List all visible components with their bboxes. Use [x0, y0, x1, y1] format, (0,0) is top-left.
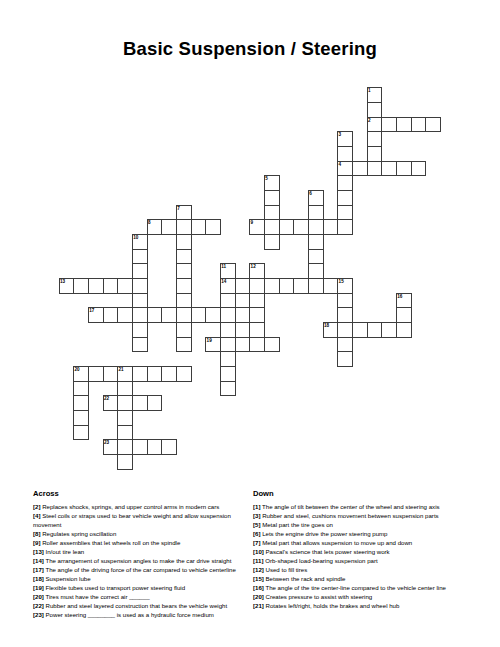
- grid-cell[interactable]: [411, 117, 427, 133]
- grid-cell[interactable]: [264, 219, 280, 235]
- clue-number: 20: [75, 367, 80, 372]
- down-clue-list: [1] The angle of tilt between the center…: [253, 502, 481, 610]
- grid-cell[interactable]: [367, 146, 383, 162]
- grid-cell[interactable]: [293, 278, 309, 294]
- grid-cell[interactable]: [132, 439, 148, 455]
- grid-cell[interactable]: [161, 307, 177, 323]
- clue-17: [17] The angle of the driving force of t…: [33, 565, 253, 574]
- clue-6: [6] Lets the engine drive the power stee…: [253, 529, 481, 538]
- clue-16: [16] The angle of the tire center-line c…: [253, 583, 481, 592]
- clue-number: 19: [207, 338, 212, 343]
- across-header: Across: [33, 489, 59, 498]
- grid-cell[interactable]: [308, 278, 324, 294]
- clue-number: 7: [177, 206, 180, 211]
- clue-number-label: [23]: [33, 611, 44, 618]
- grid-cell[interactable]: [103, 278, 119, 294]
- grid-cell[interactable]: [220, 293, 236, 309]
- grid-cell[interactable]: [103, 366, 119, 382]
- grid-cell[interactable]: [337, 146, 353, 162]
- grid-cell[interactable]: [308, 234, 324, 250]
- clue-4: [4] Steel coils or straps used to bear v…: [33, 511, 253, 529]
- grid-cell[interactable]: [367, 102, 383, 118]
- grid-cell[interactable]: [249, 293, 265, 309]
- grid-cell[interactable]: [235, 278, 251, 294]
- grid-cell[interactable]: [337, 175, 353, 191]
- clue-22: [22] Rubber and steel layered constructi…: [33, 601, 253, 610]
- grid-cell[interactable]: [132, 322, 148, 338]
- clue-number: 11: [221, 264, 226, 269]
- clue-number: 1: [368, 88, 371, 93]
- grid-cell[interactable]: [132, 307, 148, 323]
- grid-cell[interactable]: [205, 307, 221, 323]
- grid-cell[interactable]: [337, 337, 353, 353]
- grid-cell[interactable]: [337, 219, 353, 235]
- grid-cell[interactable]: [220, 322, 236, 338]
- grid-cell[interactable]: [220, 307, 236, 323]
- grid-cell[interactable]: [249, 337, 265, 353]
- grid-cell[interactable]: [220, 381, 236, 397]
- puzzle-title: Basic Suspension / Steering: [0, 38, 500, 60]
- grid-cell[interactable]: [73, 278, 89, 294]
- grid-cell[interactable]: [396, 307, 412, 323]
- grid-cell[interactable]: [161, 219, 177, 235]
- grid-cell[interactable]: [147, 307, 163, 323]
- clue-number-label: [12]: [253, 566, 264, 573]
- grid-cell[interactable]: [176, 366, 192, 382]
- clue-12: [12] Used to fill tires: [253, 565, 481, 574]
- grid-cell[interactable]: [176, 322, 192, 338]
- grid-cell[interactable]: [176, 307, 192, 323]
- grid-cell[interactable]: [235, 307, 251, 323]
- clue-number: 5: [265, 176, 268, 181]
- grid-cell[interactable]: [73, 410, 89, 426]
- grid-cell[interactable]: [220, 337, 236, 353]
- grid-cell[interactable]: [381, 161, 397, 177]
- grid-cell[interactable]: [220, 351, 236, 367]
- clue-1: [1] The angle of tilt between the center…: [253, 502, 481, 511]
- grid-cell[interactable]: [132, 366, 148, 382]
- grid-cell[interactable]: [117, 439, 133, 455]
- grid-cell[interactable]: [117, 454, 133, 470]
- grid-cell[interactable]: [176, 337, 192, 353]
- clue-18: [18] Suspension lube: [33, 574, 253, 583]
- clue-8: [8] Regulates spring oscillation: [33, 529, 253, 538]
- clue-number: 16: [397, 294, 402, 299]
- clue-number: 22: [104, 396, 109, 401]
- clue-9: [9] Roller assemblies that let wheels ro…: [33, 538, 253, 547]
- clue-number: 23: [104, 440, 109, 445]
- grid-cell[interactable]: [73, 381, 89, 397]
- grid-cell[interactable]: [117, 395, 133, 411]
- clue-2: [2] Replaces shocks, springs, and upper …: [33, 502, 253, 511]
- grid-cell[interactable]: [264, 190, 280, 206]
- clue-19: [19] Flexible tubes used to transport po…: [33, 583, 253, 592]
- clue-number-label: [13]: [33, 548, 44, 555]
- grid-cell[interactable]: [337, 293, 353, 309]
- page: Basic Suspension / Steering 123456789101…: [0, 0, 500, 647]
- grid-cell[interactable]: [205, 219, 221, 235]
- clue-20: [20] Creates pressure to assist with ste…: [253, 592, 481, 601]
- grid-cell[interactable]: [132, 337, 148, 353]
- clue-14: [14] The arrangement of suspension angle…: [33, 556, 253, 565]
- clue-13: [13] In/out tire lean: [33, 547, 253, 556]
- grid-cell[interactable]: [337, 307, 353, 323]
- grid-cell[interactable]: [147, 439, 163, 455]
- grid-cell[interactable]: [249, 278, 265, 294]
- clue-number-label: [5]: [253, 521, 260, 528]
- clue-3: [3] Rubber and steel, cushions movement …: [253, 511, 481, 520]
- grid-cell[interactable]: [249, 307, 265, 323]
- clue-number-label: [19]: [33, 584, 44, 591]
- grid-cell[interactable]: [381, 117, 397, 133]
- grid-cell[interactable]: [161, 439, 177, 455]
- clue-number-label: [20]: [33, 593, 44, 600]
- grid-cell[interactable]: [191, 307, 207, 323]
- clue-number: 18: [324, 323, 329, 328]
- grid-cell[interactable]: [117, 425, 133, 441]
- grid-cell[interactable]: [176, 263, 192, 279]
- clue-11: [11] Orb-shaped load-bearing suspension …: [253, 556, 481, 565]
- grid-cell[interactable]: [308, 219, 324, 235]
- clue-5: [5] Metal part the tire goes on: [253, 520, 481, 529]
- grid-cell[interactable]: [73, 395, 89, 411]
- grid-cell[interactable]: [88, 366, 104, 382]
- clue-number-label: [6]: [253, 530, 260, 537]
- clue-number-label: [15]: [253, 575, 264, 582]
- grid-cell[interactable]: [337, 205, 353, 221]
- grid-cell[interactable]: [117, 381, 133, 397]
- clue-number: 14: [221, 279, 226, 284]
- clue-7: [7] Metal part that allows suspension to…: [253, 538, 481, 547]
- clue-number: 9: [251, 220, 254, 225]
- clue-23: [23] Power steering ________ is used as …: [33, 610, 253, 619]
- grid-cell[interactable]: [396, 322, 412, 338]
- clue-number: 12: [251, 264, 256, 269]
- clue-number-label: [2]: [33, 503, 40, 510]
- grid-cell[interactable]: [337, 351, 353, 367]
- grid-cell[interactable]: [367, 161, 383, 177]
- grid-cell[interactable]: [147, 366, 163, 382]
- grid-cell[interactable]: [132, 395, 148, 411]
- clue-number: 21: [119, 367, 124, 372]
- grid-cell[interactable]: [323, 278, 339, 294]
- clue-number: 10: [133, 235, 138, 240]
- clue-number-label: [20]: [253, 593, 264, 600]
- grid-cell[interactable]: [176, 278, 192, 294]
- grid-cell[interactable]: [176, 249, 192, 265]
- down-header: Down: [253, 489, 274, 498]
- clue-number-label: [4]: [33, 512, 40, 519]
- grid-cell[interactable]: [147, 395, 163, 411]
- clue-number-label: [17]: [33, 566, 44, 573]
- grid-cell[interactable]: [337, 190, 353, 206]
- grid-cell[interactable]: [117, 307, 133, 323]
- grid-cell[interactable]: [337, 322, 353, 338]
- clue-number-label: [16]: [253, 584, 264, 591]
- grid-cell[interactable]: [88, 278, 104, 294]
- clue-number: 17: [89, 308, 94, 313]
- clue-number: 13: [60, 279, 65, 284]
- grid-cell[interactable]: [220, 366, 236, 382]
- clue-number-label: [7]: [253, 539, 260, 546]
- grid-cell[interactable]: [235, 337, 251, 353]
- clue-number: 2: [368, 118, 371, 123]
- clue-21: [21] Rotates left/right, holds the brake…: [253, 601, 481, 610]
- grid-cell[interactable]: [352, 322, 368, 338]
- grid-cell[interactable]: [161, 366, 177, 382]
- clue-20: [20] Tires must have the correct air ___…: [33, 592, 253, 601]
- grid-cell[interactable]: [73, 425, 89, 441]
- grid-cell[interactable]: [396, 117, 412, 133]
- grid-cell[interactable]: [132, 263, 148, 279]
- clue-number-label: [8]: [33, 530, 40, 537]
- grid-cell[interactable]: [176, 293, 192, 309]
- clue-number-label: [14]: [33, 557, 44, 564]
- grid-cell[interactable]: [264, 205, 280, 221]
- grid-cell[interactable]: [367, 131, 383, 147]
- grid-cell[interactable]: [264, 337, 280, 353]
- grid-cell[interactable]: [117, 278, 133, 294]
- clue-number-label: [21]: [253, 602, 264, 609]
- grid-cell[interactable]: [264, 278, 280, 294]
- grid-cell[interactable]: [249, 322, 265, 338]
- grid-cell[interactable]: [191, 219, 207, 235]
- grid-cell[interactable]: [308, 249, 324, 265]
- grid-cell[interactable]: [264, 234, 280, 250]
- clue-number-label: [22]: [33, 602, 44, 609]
- clue-number-label: [1]: [253, 503, 260, 510]
- clue-number: 3: [339, 132, 342, 137]
- grid-cell[interactable]: [411, 161, 427, 177]
- grid-cell[interactable]: [293, 219, 309, 235]
- clue-number-label: [9]: [33, 539, 40, 546]
- grid-cell[interactable]: [396, 161, 412, 177]
- grid-cell[interactable]: [132, 278, 148, 294]
- grid-cell[interactable]: [425, 117, 441, 133]
- grid-cell[interactable]: [367, 322, 383, 338]
- grid-cell[interactable]: [323, 219, 339, 235]
- grid-cell[interactable]: [117, 410, 133, 426]
- clue-10: [10] Pascal's science that lets power st…: [253, 547, 481, 556]
- crossword-grid: 1234567891011121314151617181920212223: [59, 87, 442, 470]
- grid-cell[interactable]: [176, 219, 192, 235]
- clue-15: [15] Between the rack and spindle: [253, 574, 481, 583]
- grid-cell[interactable]: [308, 263, 324, 279]
- grid-cell[interactable]: [308, 205, 324, 221]
- clue-number-label: [18]: [33, 575, 44, 582]
- across-clue-list: [2] Replaces shocks, springs, and upper …: [33, 502, 253, 619]
- grid-cell[interactable]: [132, 249, 148, 265]
- clue-number: 15: [339, 279, 344, 284]
- grid-cell[interactable]: [381, 322, 397, 338]
- grid-cell[interactable]: [279, 278, 295, 294]
- grid-cell[interactable]: [132, 293, 148, 309]
- clue-number: 4: [339, 162, 342, 167]
- clue-number-label: [3]: [253, 512, 260, 519]
- grid-cell[interactable]: [103, 307, 119, 323]
- clue-number: 6: [309, 191, 312, 196]
- clue-number-label: [10]: [253, 548, 264, 555]
- grid-cell[interactable]: [279, 219, 295, 235]
- grid-cell[interactable]: [176, 234, 192, 250]
- grid-cell[interactable]: [352, 161, 368, 177]
- clue-number: 8: [148, 220, 151, 225]
- clue-number-label: [11]: [253, 557, 264, 564]
